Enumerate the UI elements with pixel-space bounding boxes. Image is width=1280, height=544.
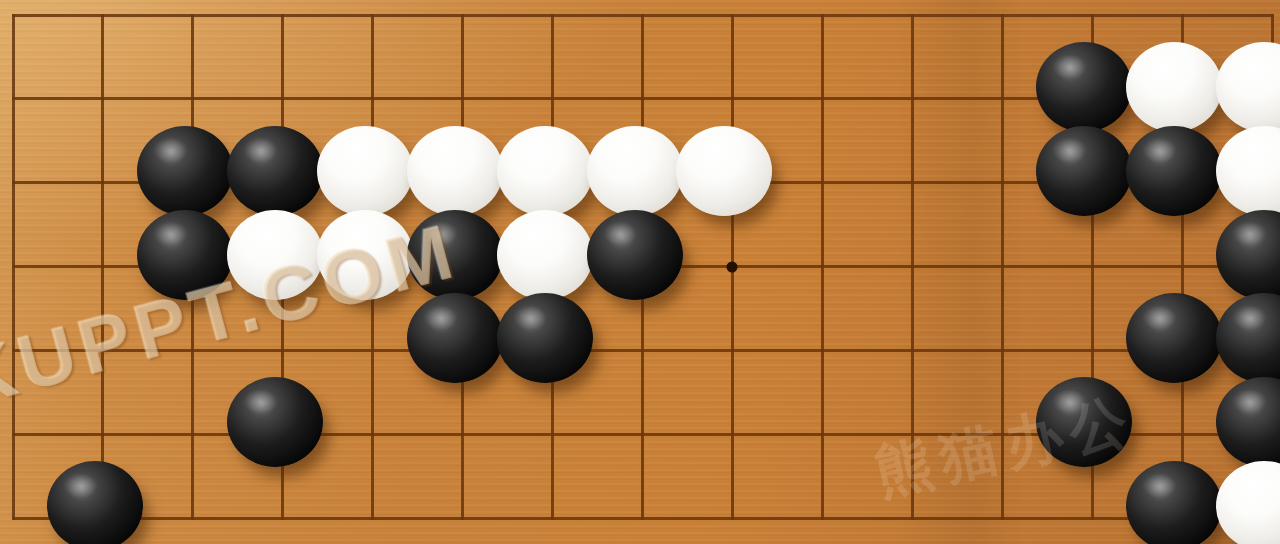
white-stone[interactable] <box>497 210 593 300</box>
white-stone[interactable] <box>317 126 413 216</box>
black-stone[interactable] <box>587 210 683 300</box>
black-stone[interactable] <box>47 461 143 544</box>
star-point <box>727 261 738 272</box>
grid-line-horizontal <box>12 517 1274 520</box>
go-board-photo: KUPPT.COM 熊猫办公 <box>0 0 1280 544</box>
black-stone[interactable] <box>497 293 593 383</box>
black-stone[interactable] <box>1126 126 1222 216</box>
black-stone[interactable] <box>1126 293 1222 383</box>
grid-line-horizontal <box>12 14 1274 17</box>
white-stone[interactable] <box>676 126 772 216</box>
black-stone[interactable] <box>137 126 233 216</box>
white-stone[interactable] <box>407 126 503 216</box>
black-stone[interactable] <box>1036 126 1132 216</box>
black-stone[interactable] <box>407 293 503 383</box>
white-stone[interactable] <box>497 126 593 216</box>
black-stone[interactable] <box>1036 42 1132 132</box>
black-stone[interactable] <box>227 377 323 467</box>
black-stone[interactable] <box>1126 461 1222 544</box>
black-stone[interactable] <box>227 126 323 216</box>
white-stone[interactable] <box>1126 42 1222 132</box>
white-stone[interactable] <box>587 126 683 216</box>
